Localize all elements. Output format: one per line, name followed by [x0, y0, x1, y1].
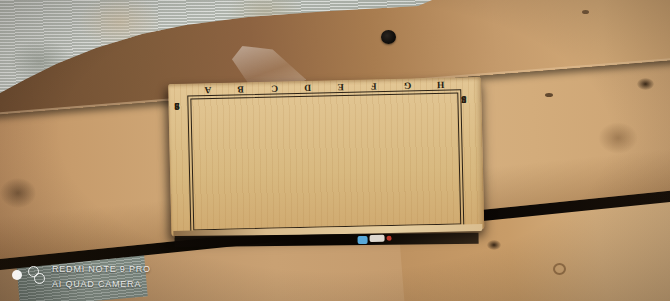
wood-knot: [553, 263, 566, 275]
game-piece-glimpse-white: [370, 235, 385, 242]
watermark-line2: AI QUAD CAMERA: [52, 279, 141, 289]
watermark-line1: REDMI NOTE 9 PRO: [52, 264, 151, 274]
wood-knot: [598, 122, 638, 154]
photo-scene: ABCDEFGH 8765 8765 REDMI NOTE 9 PRO AI Q…: [0, 0, 670, 301]
redmi-camera-logo-icon: [12, 270, 22, 280]
board-frame-outer-line: [187, 89, 464, 233]
board-frame-inner-line: [190, 92, 461, 230]
wood-knot: [0, 178, 36, 208]
redmi-logo-ring-icon: [34, 273, 45, 284]
chessboard: ABCDEFGH 8765 8765: [168, 77, 484, 236]
game-piece-glimpse-blue: [358, 236, 368, 244]
camera-watermark: REDMI NOTE 9 PRO AI QUAD CAMERA: [10, 262, 310, 296]
knot-hole: [381, 30, 396, 44]
wood-knot: [545, 93, 553, 97]
wood-knot: [487, 240, 501, 250]
wood-knot: [637, 78, 654, 90]
board-squares: [192, 94, 459, 228]
wood-knot: [582, 10, 589, 14]
game-piece-glimpse-red: [387, 236, 392, 241]
rank-label-5: 5: [461, 94, 466, 105]
rank-label-5: 5: [174, 101, 179, 112]
rank-labels-right: 8765: [461, 94, 478, 222]
